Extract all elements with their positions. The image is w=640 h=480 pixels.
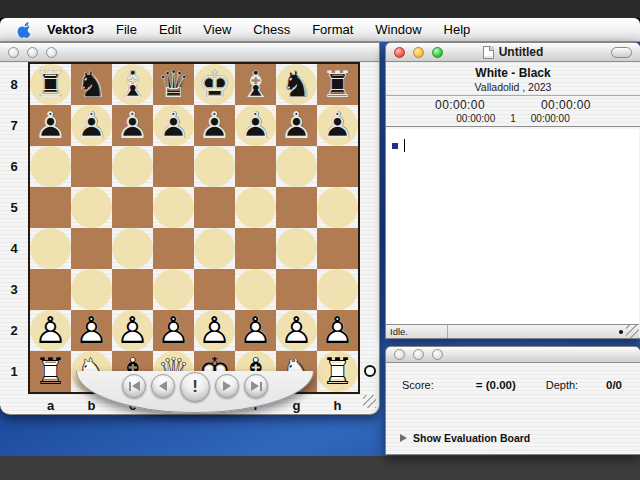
- square-e2[interactable]: ♟♙: [194, 310, 235, 351]
- square-e5[interactable]: [194, 187, 235, 228]
- square-d7[interactable]: ♟♙: [153, 105, 194, 146]
- square-d3[interactable]: [153, 269, 194, 310]
- show-evaluation-toggle[interactable]: Show Evaluation Board: [400, 432, 530, 444]
- rank-label-6: 6: [4, 146, 24, 187]
- stop-button[interactable]: !: [180, 372, 210, 402]
- depth-value: 0/0: [606, 379, 622, 391]
- square-h2[interactable]: ♟♙: [317, 310, 358, 351]
- square-b7[interactable]: ♟♙: [71, 105, 112, 146]
- square-c8[interactable]: ♝♗: [112, 64, 153, 105]
- square-a8[interactable]: ♜♖: [30, 64, 71, 105]
- score-row: Score: = (0.00) Depth: 0/0: [386, 379, 640, 391]
- square-h5[interactable]: [317, 187, 358, 228]
- piece-black-pawn[interactable]: ♟♙: [317, 105, 358, 146]
- square-c2[interactable]: ♟♙: [112, 310, 153, 351]
- zoom-button[interactable]: [432, 47, 443, 58]
- square-e4[interactable]: [194, 228, 235, 269]
- square-h7[interactable]: ♟♙: [317, 105, 358, 146]
- players-label: White - Black: [386, 66, 640, 80]
- piece-black-pawn[interactable]: ♟♙: [153, 105, 194, 146]
- square-f6[interactable]: [235, 146, 276, 187]
- piece-white-rook[interactable]: ♜♖: [317, 351, 358, 392]
- move-marker: [392, 143, 398, 149]
- menu-item-edit[interactable]: Edit: [148, 18, 192, 42]
- menu-item-view[interactable]: View: [192, 18, 242, 42]
- square-a5[interactable]: [30, 187, 71, 228]
- square-c7[interactable]: ♟♙: [112, 105, 153, 146]
- piece-black-bishop[interactable]: ♝♗: [235, 64, 276, 105]
- piece-white-pawn[interactable]: ♟♙: [30, 310, 71, 351]
- square-f3[interactable]: [235, 269, 276, 310]
- square-f5[interactable]: [235, 187, 276, 228]
- square-b4[interactable]: [71, 228, 112, 269]
- square-f8[interactable]: ♝♗: [235, 64, 276, 105]
- status-bar: Idle.: [386, 324, 639, 338]
- minimize-button[interactable]: [413, 349, 424, 360]
- square-h8[interactable]: ♜♖: [317, 64, 358, 105]
- menu-item-help[interactable]: Help: [433, 18, 482, 42]
- black-clock: 00:00:00: [541, 98, 591, 112]
- zoom-button[interactable]: [46, 47, 57, 58]
- square-g2[interactable]: ♟♙: [276, 310, 317, 351]
- square-d5[interactable]: [153, 187, 194, 228]
- piece-black-queen[interactable]: ♛♕: [153, 64, 194, 105]
- square-f4[interactable]: [235, 228, 276, 269]
- score-value: = (0.00): [476, 379, 516, 391]
- close-button[interactable]: [8, 47, 19, 58]
- square-c6[interactable]: [112, 146, 153, 187]
- square-b5[interactable]: [71, 187, 112, 228]
- window-title: Untitled: [499, 45, 544, 59]
- side-to-move-indicator: [364, 365, 376, 377]
- piece-white-pawn[interactable]: ♟♙: [276, 310, 317, 351]
- close-button[interactable]: [394, 349, 405, 360]
- document-icon: [483, 46, 494, 59]
- menu-item-format[interactable]: Format: [301, 18, 364, 42]
- minimize-button[interactable]: [413, 47, 424, 58]
- square-a7[interactable]: ♟♙: [30, 105, 71, 146]
- square-c3[interactable]: [112, 269, 153, 310]
- square-g3[interactable]: [276, 269, 317, 310]
- piece-white-pawn[interactable]: ♟♙: [153, 310, 194, 351]
- piece-black-king[interactable]: ♚♔: [194, 64, 235, 105]
- square-e3[interactable]: [194, 269, 235, 310]
- square-b2[interactable]: ♟♙: [71, 310, 112, 351]
- square-e8[interactable]: ♚♔: [194, 64, 235, 105]
- chess-board: ♜♖♞♘♝♗♛♕♚♔♝♗♞♘♜♖♟♙♟♙♟♙♟♙♟♙♟♙♟♙♟♙♟♙♟♙♟♙♟♙…: [28, 62, 360, 394]
- menu-item-chess[interactable]: Chess: [242, 18, 301, 42]
- piece-black-knight[interactable]: ♞♘: [71, 64, 112, 105]
- menu-item-vektor3[interactable]: Vektor3: [36, 18, 105, 42]
- piece-black-rook[interactable]: ♜♖: [30, 64, 71, 105]
- square-f7[interactable]: ♟♙: [235, 105, 276, 146]
- apple-logo-icon: [16, 21, 31, 38]
- square-c5[interactable]: [112, 187, 153, 228]
- square-a1[interactable]: ♜♖: [30, 351, 71, 392]
- piece-black-knight[interactable]: ♞♘: [276, 64, 317, 105]
- rank-label-3: 3: [4, 269, 24, 310]
- square-h6[interactable]: [317, 146, 358, 187]
- screen-top-edge: [0, 0, 640, 18]
- rank-label-8: 8: [4, 64, 24, 105]
- minimize-button[interactable]: [27, 47, 38, 58]
- piece-black-pawn[interactable]: ♟♙: [30, 105, 71, 146]
- skip-back-icon: [129, 382, 131, 391]
- square-g8[interactable]: ♞♘: [276, 64, 317, 105]
- square-g6[interactable]: [276, 146, 317, 187]
- go-to-end-button[interactable]: [244, 374, 268, 398]
- square-d4[interactable]: [153, 228, 194, 269]
- square-b6[interactable]: [71, 146, 112, 187]
- game-window-titlebar: Untitled: [386, 43, 640, 62]
- status-dot: [619, 330, 623, 334]
- square-a4[interactable]: [30, 228, 71, 269]
- square-g7[interactable]: ♟♙: [276, 105, 317, 146]
- piece-white-pawn[interactable]: ♟♙: [235, 310, 276, 351]
- square-d2[interactable]: ♟♙: [153, 310, 194, 351]
- square-e7[interactable]: ♟♙: [194, 105, 235, 146]
- menu-item-file[interactable]: File: [105, 18, 148, 42]
- piece-black-pawn[interactable]: ♟♙: [235, 105, 276, 146]
- show-evaluation-label: Show Evaluation Board: [413, 432, 530, 444]
- square-b3[interactable]: [71, 269, 112, 310]
- rank-label-7: 7: [4, 105, 24, 146]
- board-window: 87654321 ♜♖♞♘♝♗♛♕♚♔♝♗♞♘♜♖♟♙♟♙♟♙♟♙♟♙♟♙♟♙♟…: [0, 42, 380, 415]
- square-f2[interactable]: ♟♙: [235, 310, 276, 351]
- status-text: Idle.: [386, 325, 448, 338]
- disclosure-triangle-icon: [400, 434, 407, 442]
- engine-window-titlebar: [386, 347, 640, 363]
- square-g4[interactable]: [276, 228, 317, 269]
- square-c4[interactable]: [112, 228, 153, 269]
- board-window-titlebar: [0, 43, 379, 62]
- piece-white-pawn[interactable]: ♟♙: [194, 310, 235, 351]
- square-d8[interactable]: ♛♕: [153, 64, 194, 105]
- event-label: Valladolid , 2023: [386, 81, 640, 93]
- square-g5[interactable]: [276, 187, 317, 228]
- clocks-panel: 00:00:00 00:00:00 00:00:00 1 00:00:00: [386, 96, 640, 127]
- stop-icon: !: [192, 377, 198, 397]
- step-forward-button[interactable]: [215, 374, 239, 398]
- close-button[interactable]: [394, 47, 405, 58]
- square-b8[interactable]: ♞♘: [71, 64, 112, 105]
- score-label: Score:: [402, 379, 434, 391]
- toolbar-pill-button[interactable]: [611, 47, 632, 58]
- move-list[interactable]: [386, 129, 639, 326]
- piece-black-pawn[interactable]: ♟♙: [112, 105, 153, 146]
- square-d6[interactable]: [153, 146, 194, 187]
- resize-grip[interactable]: [626, 325, 639, 338]
- square-a2[interactable]: ♟♙: [30, 310, 71, 351]
- white-clock: 00:00:00: [435, 98, 485, 112]
- file-label-h: h: [317, 398, 358, 413]
- piece-black-pawn[interactable]: ♟♙: [71, 105, 112, 146]
- piece-white-pawn[interactable]: ♟♙: [112, 310, 153, 351]
- skip-forward-icon: [260, 382, 262, 391]
- rank-label-4: 4: [4, 228, 24, 269]
- menu-item-window[interactable]: Window: [364, 18, 432, 42]
- square-h4[interactable]: [317, 228, 358, 269]
- square-h3[interactable]: [317, 269, 358, 310]
- depth-label: Depth:: [546, 379, 578, 391]
- piece-black-bishop[interactable]: ♝♗: [112, 64, 153, 105]
- apple-menu[interactable]: [10, 21, 36, 38]
- step-back-button[interactable]: [151, 374, 175, 398]
- menu-bar: Vektor3 File Edit View Chess Format Wind…: [0, 18, 640, 42]
- go-to-start-button[interactable]: [122, 374, 146, 398]
- rank-label-5: 5: [4, 187, 24, 228]
- screen: Vektor3 File Edit View Chess Format Wind…: [0, 0, 640, 480]
- rank-label-2: 2: [4, 310, 24, 351]
- piece-white-pawn[interactable]: ♟♙: [317, 310, 358, 351]
- screen-bottom-edge: [0, 456, 640, 480]
- piece-white-rook[interactable]: ♜♖: [30, 351, 71, 392]
- game-window: Untitled White - Black Valladolid , 2023…: [385, 42, 640, 339]
- piece-black-pawn[interactable]: ♟♙: [276, 105, 317, 146]
- file-label-a: a: [30, 398, 71, 413]
- rank-label-1: 1: [4, 351, 24, 392]
- forward-icon: [223, 381, 231, 391]
- move-number: 1: [510, 113, 516, 124]
- square-h1[interactable]: ♜♖: [317, 351, 358, 392]
- game-header: White - Black Valladolid , 2023: [386, 62, 640, 96]
- rank-labels: 87654321: [4, 64, 24, 392]
- engine-window: Score: = (0.00) Depth: 0/0 Show Evaluati…: [385, 346, 640, 455]
- white-sub-clock: 00:00:00: [456, 113, 495, 124]
- square-a3[interactable]: [30, 269, 71, 310]
- file-label-b: b: [71, 398, 112, 413]
- piece-white-pawn[interactable]: ♟♙: [71, 310, 112, 351]
- back-icon: [159, 381, 167, 391]
- resize-grip[interactable]: [363, 395, 376, 408]
- zoom-button[interactable]: [432, 349, 443, 360]
- black-sub-clock: 00:00:00: [531, 113, 570, 124]
- square-a6[interactable]: [30, 146, 71, 187]
- text-caret: [404, 139, 405, 152]
- status-right-segment: [448, 325, 639, 338]
- file-label-g: g: [276, 398, 317, 413]
- square-e6[interactable]: [194, 146, 235, 187]
- piece-black-rook[interactable]: ♜♖: [317, 64, 358, 105]
- piece-black-pawn[interactable]: ♟♙: [194, 105, 235, 146]
